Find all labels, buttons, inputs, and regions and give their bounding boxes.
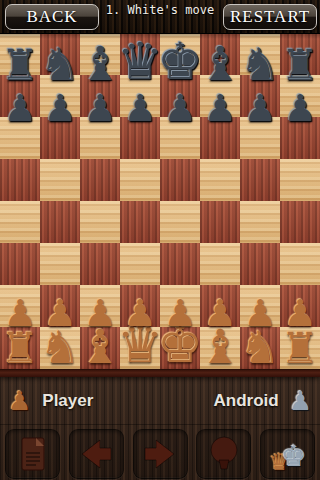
square-g5[interactable] [240,159,280,201]
piece-white-pawn: ♟ [3,295,36,332]
board-front-edge [0,369,320,377]
white-player-name: Player [42,391,93,411]
square-e2[interactable]: ♟ [160,285,200,327]
chess-board: ♜♞♝♛♚♝♞♜♟♟♟♟♟♟♟♟♟♟♟♟♟♟♟♟♜♞♝♛♚♝♞♜ [0,33,320,369]
piece-white-pawn: ♟ [283,295,316,332]
square-h8[interactable]: ♜ [280,33,320,75]
square-h3[interactable] [280,243,320,285]
piece-black-pawn: ♟ [123,90,156,127]
square-h4[interactable] [280,201,320,243]
player-bar: ♟ Player Android ♟ [0,377,320,424]
board-rank-5 [0,159,320,201]
piece-black-bishop: ♝ [79,40,121,87]
board-rank-4 [0,201,320,243]
square-f4[interactable] [200,201,240,243]
square-c3[interactable] [80,243,120,285]
square-d3[interactable] [120,243,160,285]
square-a3[interactable] [0,243,40,285]
square-f5[interactable] [200,159,240,201]
piece-white-pawn: ♟ [43,295,76,332]
piece-white-pawn: ♟ [83,295,116,332]
square-h5[interactable] [280,159,320,201]
piece-black-rook: ♜ [1,44,40,87]
toolbar: ♛ ♚ [0,424,320,479]
steel-king-icon: ♚ [281,442,307,471]
square-g4[interactable] [240,201,280,243]
piece-black-bishop: ♝ [199,40,241,87]
arrow-left-icon [75,433,117,475]
piece-white-pawn: ♟ [243,295,276,332]
square-b3[interactable] [40,243,80,285]
square-a4[interactable] [0,201,40,243]
square-d2[interactable]: ♟ [120,285,160,327]
square-g3[interactable] [240,243,280,285]
piece-black-pawn: ♟ [43,90,76,127]
piece-white-pawn: ♟ [203,295,236,332]
piece-white-pawn: ♟ [123,295,156,332]
arrow-right-icon [139,433,181,475]
square-a5[interactable] [0,159,40,201]
header-bar: BACK 1. White's move RESTART [0,0,320,34]
board-rank-8: ♜♞♝♛♚♝♞♜ [0,33,320,75]
square-b8[interactable]: ♞ [40,33,80,75]
board-rank-3 [0,243,320,285]
square-b5[interactable] [40,159,80,201]
square-e8[interactable]: ♚ [160,33,200,75]
square-b4[interactable] [40,201,80,243]
piece-black-queen: ♛ [117,36,163,87]
square-f2[interactable]: ♟ [200,285,240,327]
square-e4[interactable] [160,201,200,243]
restart-button[interactable]: RESTART [223,4,317,30]
square-c8[interactable]: ♝ [80,33,120,75]
white-pawn-icon: ♟ [8,388,31,414]
switch-pieces-button[interactable]: ♛ ♚ [260,429,315,479]
move-forward-button[interactable] [133,429,188,479]
move-list-button[interactable] [5,429,60,479]
square-g2[interactable]: ♟ [240,285,280,327]
piece-black-pawn: ♟ [3,90,36,127]
piece-black-pawn: ♟ [163,90,196,127]
piece-black-knight: ♞ [240,42,280,87]
piece-black-king: ♚ [157,36,203,87]
square-b2[interactable]: ♟ [40,285,80,327]
square-d8[interactable]: ♛ [120,33,160,75]
piece-black-pawn: ♟ [83,90,116,127]
black-pawn-icon: ♟ [289,388,312,414]
piece-black-pawn: ♟ [283,90,316,127]
square-d5[interactable] [120,159,160,201]
square-h2[interactable]: ♟ [280,285,320,327]
move-back-button[interactable] [69,429,124,479]
square-d4[interactable] [120,201,160,243]
square-c5[interactable] [80,159,120,201]
move-status-text: 1. White's move [100,3,220,17]
piece-white-pawn: ♟ [163,295,196,332]
piece-black-pawn: ♟ [203,90,236,127]
chess-app-screen: BACK 1. White's move RESTART ♜♞♝♛♚♝♞♜♟♟♟… [0,0,320,480]
square-f8[interactable]: ♝ [200,33,240,75]
square-g8[interactable]: ♞ [240,33,280,75]
back-button[interactable]: BACK [5,4,99,30]
square-e5[interactable] [160,159,200,201]
square-a2[interactable]: ♟ [0,285,40,327]
square-a8[interactable]: ♜ [0,33,40,75]
lightbulb-icon [203,433,245,475]
square-e3[interactable] [160,243,200,285]
hint-button[interactable] [196,429,251,479]
square-f3[interactable] [200,243,240,285]
square-c4[interactable] [80,201,120,243]
piece-black-knight: ♞ [40,42,80,87]
lower-panel: ♟ Player Android ♟ [0,377,320,480]
document-icon [12,433,54,475]
black-player-name: Android [214,391,279,411]
piece-black-pawn: ♟ [243,90,276,127]
piece-black-rook: ♜ [281,44,320,87]
square-c2[interactable]: ♟ [80,285,120,327]
